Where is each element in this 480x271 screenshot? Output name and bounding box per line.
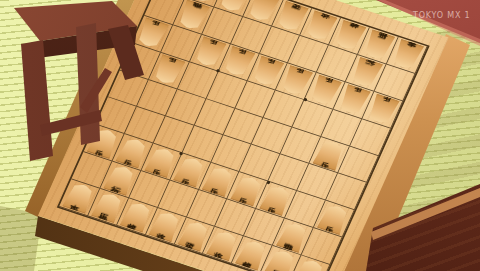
channel-watermark: TOKYO MX 1 — [413, 11, 470, 20]
anime-frame: 香車桂馬銀将金将王将金将銀将桂馬香車飛車角行歩兵歩兵歩兵歩兵歩兵歩兵歩兵歩兵歩兵… — [0, 0, 480, 271]
